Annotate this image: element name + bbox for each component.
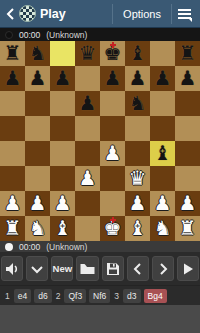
- piece-black-pawn: ♟: [4, 66, 22, 91]
- piece-white-pawn: ♟: [29, 191, 47, 216]
- square-h4[interactable]: [175, 141, 200, 166]
- white-player-icon: [5, 243, 13, 251]
- square-b1[interactable]: ♞: [25, 216, 50, 241]
- white-player-name: (Unknown): [46, 242, 87, 252]
- piece-white-pawn: ♟: [179, 191, 197, 216]
- square-d2[interactable]: [75, 191, 100, 216]
- square-c3[interactable]: [50, 166, 75, 191]
- square-g4[interactable]: ♝: [150, 141, 175, 166]
- chessboard-app-icon: [19, 5, 36, 22]
- square-h6[interactable]: [175, 91, 200, 116]
- square-f5[interactable]: [125, 116, 150, 141]
- menu-icon[interactable]: [172, 0, 196, 28]
- king-cross-icon: [112, 217, 114, 223]
- black-clock: 00:00: [19, 30, 40, 40]
- square-g8[interactable]: [150, 41, 175, 66]
- square-e2[interactable]: [100, 191, 125, 216]
- square-h2[interactable]: ♟: [175, 191, 200, 216]
- forward-move-button[interactable]: [152, 256, 174, 281]
- square-c8[interactable]: [50, 41, 75, 66]
- square-a8[interactable]: ♜: [0, 41, 25, 66]
- square-h1[interactable]: ♜: [175, 216, 200, 241]
- square-d4[interactable]: [75, 141, 100, 166]
- move-number: 3: [113, 291, 120, 301]
- square-h3[interactable]: [175, 166, 200, 191]
- square-a3[interactable]: [0, 166, 25, 191]
- folder-open-icon: [79, 261, 96, 277]
- piece-white-pawn: ♟: [129, 191, 147, 216]
- chevron-right-icon: [155, 261, 171, 277]
- square-d7[interactable]: [75, 66, 100, 91]
- piece-white-pawn: ♟: [54, 191, 72, 216]
- piece-white-pawn: ♟: [79, 166, 97, 191]
- move-chip-d3[interactable]: d3: [123, 289, 140, 303]
- open-button[interactable]: [76, 256, 98, 281]
- piece-white-bishop: ♝: [54, 216, 72, 241]
- move-chip-Bg4[interactable]: Bg4: [144, 289, 167, 303]
- piece-black-bishop: ♝: [129, 41, 147, 66]
- square-c7[interactable]: ♟: [50, 66, 75, 91]
- play-icon: [180, 261, 196, 277]
- square-g7[interactable]: ♟: [150, 66, 175, 91]
- toolbar: New: [0, 252, 200, 285]
- square-f8[interactable]: ♝: [125, 41, 150, 66]
- piece-black-pawn: ♟: [179, 66, 197, 91]
- square-f2[interactable]: ♟: [125, 191, 150, 216]
- square-f7[interactable]: ♟: [125, 66, 150, 91]
- square-b2[interactable]: ♟: [25, 191, 50, 216]
- square-e4[interactable]: ♟: [100, 141, 125, 166]
- back-icon[interactable]: [4, 5, 16, 23]
- app-window: Play Options 00:00 (Unknown) ♜♞♛♚♝♜♟♟♟♟♟…: [0, 0, 200, 333]
- piece-black-pawn: ♟: [29, 66, 47, 91]
- square-d6[interactable]: ♟: [75, 91, 100, 116]
- chevron-left-icon: [130, 261, 146, 277]
- move-chip-Nf6[interactable]: Nf6: [89, 289, 110, 303]
- square-g1[interactable]: ♞: [150, 216, 175, 241]
- piece-black-bishop: ♝: [154, 141, 172, 166]
- navbar: Play Options: [0, 0, 200, 28]
- options-button[interactable]: Options: [113, 0, 171, 28]
- chevron-down-icon: [29, 261, 45, 277]
- chess-board[interactable]: ♜♞♛♚♝♜♟♟♟♟♟♟♟♟♞♟♝♟♛♟♟♟♟♟♟♜♞♝♚♝♞♜: [0, 41, 200, 241]
- square-d1[interactable]: [75, 216, 100, 241]
- square-b8[interactable]: ♞: [25, 41, 50, 66]
- square-d3[interactable]: ♟: [75, 166, 100, 191]
- square-a6[interactable]: [0, 91, 25, 116]
- square-c2[interactable]: ♟: [50, 191, 75, 216]
- square-e7[interactable]: ♟: [100, 66, 125, 91]
- square-b4[interactable]: [25, 141, 50, 166]
- move-chip-e4[interactable]: e4: [14, 289, 31, 303]
- square-a1[interactable]: ♜: [0, 216, 25, 241]
- move-chip-d6[interactable]: d6: [34, 289, 51, 303]
- piece-white-knight: ♞: [154, 216, 172, 241]
- piece-black-pawn: ♟: [54, 66, 72, 91]
- piece-black-knight: ♞: [29, 41, 47, 66]
- black-player-name: (Unknown): [46, 30, 87, 40]
- play-button[interactable]: [177, 256, 199, 281]
- page-title: Play: [40, 7, 112, 21]
- move-chip-Qf3[interactable]: Qf3: [64, 289, 86, 303]
- save-button[interactable]: [102, 256, 124, 281]
- square-f4[interactable]: [125, 141, 150, 166]
- square-a4[interactable]: [0, 141, 25, 166]
- square-g3[interactable]: [150, 166, 175, 191]
- piece-black-pawn: ♟: [129, 66, 147, 91]
- square-f6[interactable]: ♞: [125, 91, 150, 116]
- square-a5[interactable]: [0, 116, 25, 141]
- square-f1[interactable]: ♝: [125, 216, 150, 241]
- move-number: 1: [4, 291, 11, 301]
- volume-icon: [4, 261, 20, 277]
- king-cross-icon: [112, 42, 114, 48]
- piece-white-rook: ♜: [179, 216, 197, 241]
- back-move-button[interactable]: [127, 256, 149, 281]
- piece-black-knight: ♞: [129, 91, 147, 116]
- square-b5[interactable]: [25, 116, 50, 141]
- square-c1[interactable]: ♝: [50, 216, 75, 241]
- piece-white-pawn: ♟: [104, 141, 122, 166]
- square-a7[interactable]: ♟: [0, 66, 25, 91]
- square-e1[interactable]: ♚: [100, 216, 125, 241]
- square-h5[interactable]: [175, 116, 200, 141]
- move-list: 1e4d62Qf3Nf63d3Bg4: [0, 285, 200, 305]
- square-b3[interactable]: [25, 166, 50, 191]
- square-h7[interactable]: ♟: [175, 66, 200, 91]
- piece-white-bishop: ♝: [129, 216, 147, 241]
- square-c6[interactable]: [50, 91, 75, 116]
- piece-white-queen: ♛: [129, 166, 147, 191]
- black-player-bar: 00:00 (Unknown): [0, 28, 200, 41]
- square-g6[interactable]: [150, 91, 175, 116]
- piece-black-pawn: ♟: [154, 66, 172, 91]
- piece-black-rook: ♜: [179, 41, 197, 66]
- square-g5[interactable]: [150, 116, 175, 141]
- empty-area: [0, 305, 200, 333]
- piece-white-rook: ♜: [4, 216, 22, 241]
- square-e6[interactable]: [100, 91, 125, 116]
- square-b7[interactable]: ♟: [25, 66, 50, 91]
- move-number: 2: [55, 291, 62, 301]
- collapse-button[interactable]: [26, 256, 48, 281]
- piece-black-pawn: ♟: [79, 91, 97, 116]
- piece-white-pawn: ♟: [4, 191, 22, 216]
- white-clock: 00:00: [19, 242, 40, 252]
- new-game-button[interactable]: New: [51, 256, 73, 281]
- square-d8[interactable]: ♛: [75, 41, 100, 66]
- piece-white-pawn: ♟: [154, 191, 172, 216]
- square-a2[interactable]: ♟: [0, 191, 25, 216]
- save-icon: [105, 261, 121, 277]
- square-g2[interactable]: ♟: [150, 191, 175, 216]
- piece-black-queen: ♛: [79, 41, 97, 66]
- square-e3[interactable]: [100, 166, 125, 191]
- piece-black-rook: ♜: [4, 41, 22, 66]
- volume-button[interactable]: [1, 256, 23, 281]
- square-c4[interactable]: [50, 141, 75, 166]
- square-e5[interactable]: [100, 116, 125, 141]
- piece-white-knight: ♞: [29, 216, 47, 241]
- square-c5[interactable]: [50, 116, 75, 141]
- square-e8[interactable]: ♚: [100, 41, 125, 66]
- square-b6[interactable]: [25, 91, 50, 116]
- square-d5[interactable]: [75, 116, 100, 141]
- square-h8[interactable]: ♜: [175, 41, 200, 66]
- square-f3[interactable]: ♛: [125, 166, 150, 191]
- black-player-icon: [5, 31, 13, 39]
- piece-black-pawn: ♟: [104, 66, 122, 91]
- white-player-bar: 00:00 (Unknown): [0, 241, 200, 252]
